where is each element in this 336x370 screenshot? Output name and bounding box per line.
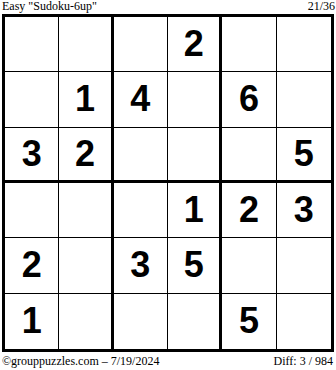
- puzzle-footer: ©grouppuzzles.com – 7/19/2024 Diff: 3 / …: [2, 355, 333, 369]
- cell-r5c6-empty: [277, 238, 331, 293]
- cell-r4c6-given: 3: [277, 183, 331, 238]
- cell-r6c2-empty: [59, 294, 113, 349]
- cell-r2c4-empty: [168, 72, 222, 127]
- cell-r4c2-empty: [59, 183, 113, 238]
- cell-r4c3-empty: [114, 183, 168, 238]
- cell-r4c5-given: 2: [222, 183, 276, 238]
- cell-r1c5-empty: [222, 17, 276, 72]
- cell-r6c1-given: 1: [5, 294, 59, 349]
- cells-remaining-counter: 21/36: [308, 0, 335, 13]
- cell-r6c5-given: 5: [222, 294, 276, 349]
- puzzle-header: Easy "Sudoku-6up" 21/36: [2, 0, 335, 13]
- cell-r5c1-given: 2: [5, 238, 59, 293]
- cell-r5c5-empty: [222, 238, 276, 293]
- cell-r5c4-given: 5: [168, 238, 222, 293]
- cell-r6c6-empty: [277, 294, 331, 349]
- cell-r4c1-empty: [5, 183, 59, 238]
- cell-r1c3-empty: [114, 17, 168, 72]
- cell-r3c4-empty: [168, 128, 222, 183]
- cell-r5c2-empty: [59, 238, 113, 293]
- cell-r1c2-empty: [59, 17, 113, 72]
- cell-r3c3-empty: [114, 128, 168, 183]
- cell-r3c6-given: 5: [277, 128, 331, 183]
- cell-r2c2-given: 1: [59, 72, 113, 127]
- cell-r2c5-given: 6: [222, 72, 276, 127]
- difficulty-text: Diff: 3 / 984: [274, 355, 333, 368]
- cell-r6c4-empty: [168, 294, 222, 349]
- copyright-text: ©grouppuzzles.com – 7/19/2024: [2, 355, 159, 368]
- cell-r2c1-empty: [5, 72, 59, 127]
- cell-r3c1-given: 3: [5, 128, 59, 183]
- cell-r2c6-empty: [277, 72, 331, 127]
- cell-r3c5-empty: [222, 128, 276, 183]
- cell-r3c2-given: 2: [59, 128, 113, 183]
- cell-r1c4-given: 2: [168, 17, 222, 72]
- cell-r4c4-given: 1: [168, 183, 222, 238]
- cell-r1c6-empty: [277, 17, 331, 72]
- cell-r5c3-given: 3: [114, 238, 168, 293]
- cell-r6c3-empty: [114, 294, 168, 349]
- cell-r2c3-given: 4: [114, 72, 168, 127]
- cell-r1c1-empty: [5, 17, 59, 72]
- sudoku-board: 214632512323515: [2, 14, 334, 352]
- puzzle-title: Easy "Sudoku-6up": [2, 0, 97, 13]
